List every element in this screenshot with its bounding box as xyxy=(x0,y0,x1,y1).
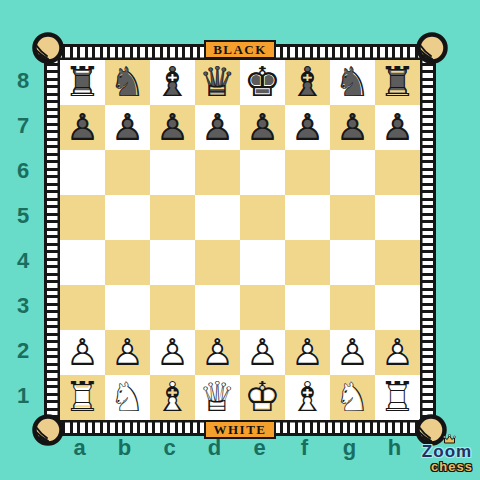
square-a8[interactable]: ♜♖ xyxy=(60,60,105,105)
rank-labels: 87654321 xyxy=(4,58,42,418)
square-b5[interactable] xyxy=(105,195,150,240)
rank-label-5: 5 xyxy=(4,193,42,238)
square-f4[interactable] xyxy=(285,240,330,285)
board-grid: ♜♖♞♘♝♗♛♕♚♔♝♗♞♘♜♖♟♙♟♙♟♙♟♙♟♙♟♙♟♙♟♙♟♙♟♙♟♙♟♙… xyxy=(60,60,420,420)
black-knight-piece: ♞♘ xyxy=(105,60,150,105)
square-a2[interactable]: ♟♙ xyxy=(60,330,105,375)
white-pawn-piece: ♟♙ xyxy=(195,330,240,375)
square-h3[interactable] xyxy=(375,285,420,330)
square-d6[interactable] xyxy=(195,150,240,195)
logo-zoom-text: Zoom xyxy=(416,443,478,460)
square-b1[interactable]: ♞♘ xyxy=(105,375,150,420)
square-a3[interactable] xyxy=(60,285,105,330)
file-label-f: f xyxy=(282,434,327,462)
square-c5[interactable] xyxy=(150,195,195,240)
black-rook-piece: ♜♖ xyxy=(375,60,420,105)
square-d2[interactable]: ♟♙ xyxy=(195,330,240,375)
white-pawn-piece: ♟♙ xyxy=(375,330,420,375)
square-a1[interactable]: ♜♖ xyxy=(60,375,105,420)
black-rook-piece: ♜♖ xyxy=(60,60,105,105)
square-d1[interactable]: ♛♕ xyxy=(195,375,240,420)
square-f2[interactable]: ♟♙ xyxy=(285,330,330,375)
file-label-g: g xyxy=(327,434,372,462)
zoom-chess-logo: Zoom chess xyxy=(416,443,478,473)
square-c3[interactable] xyxy=(150,285,195,330)
square-f6[interactable] xyxy=(285,150,330,195)
white-side-label: WHITE xyxy=(204,420,276,439)
square-e4[interactable] xyxy=(240,240,285,285)
black-knight-piece: ♞♘ xyxy=(330,60,375,105)
square-e2[interactable]: ♟♙ xyxy=(240,330,285,375)
square-h5[interactable] xyxy=(375,195,420,240)
corner-peg-top-left xyxy=(30,30,66,66)
square-g1[interactable]: ♞♘ xyxy=(330,375,375,420)
square-c1[interactable]: ♝♗ xyxy=(150,375,195,420)
white-pawn-piece: ♟♙ xyxy=(150,330,195,375)
black-pawn-piece: ♟♙ xyxy=(150,105,195,150)
black-side-label: BLACK xyxy=(204,40,276,59)
square-d7[interactable]: ♟♙ xyxy=(195,105,240,150)
square-c4[interactable] xyxy=(150,240,195,285)
file-label-b: b xyxy=(102,434,147,462)
white-bishop-piece: ♝♗ xyxy=(150,375,195,420)
rank-label-3: 3 xyxy=(4,283,42,328)
black-bishop-piece: ♝♗ xyxy=(150,60,195,105)
white-pawn-piece: ♟♙ xyxy=(105,330,150,375)
crown-icon xyxy=(443,434,456,444)
square-e3[interactable] xyxy=(240,285,285,330)
square-g4[interactable] xyxy=(330,240,375,285)
white-rook-piece: ♜♖ xyxy=(60,375,105,420)
square-b8[interactable]: ♞♘ xyxy=(105,60,150,105)
square-e1[interactable]: ♚♔ xyxy=(240,375,285,420)
black-pawn-piece: ♟♙ xyxy=(330,105,375,150)
corner-peg-top-right xyxy=(414,30,450,66)
board-border-right xyxy=(420,47,433,433)
square-c8[interactable]: ♝♗ xyxy=(150,60,195,105)
black-queen-piece: ♛♕ xyxy=(195,60,240,105)
white-pawn-piece: ♟♙ xyxy=(60,330,105,375)
square-g8[interactable]: ♞♘ xyxy=(330,60,375,105)
white-pawn-piece: ♟♙ xyxy=(330,330,375,375)
square-f5[interactable] xyxy=(285,195,330,240)
square-c7[interactable]: ♟♙ xyxy=(150,105,195,150)
square-b6[interactable] xyxy=(105,150,150,195)
black-pawn-piece: ♟♙ xyxy=(240,105,285,150)
white-pawn-piece: ♟♙ xyxy=(285,330,330,375)
square-b7[interactable]: ♟♙ xyxy=(105,105,150,150)
square-a4[interactable] xyxy=(60,240,105,285)
square-g2[interactable]: ♟♙ xyxy=(330,330,375,375)
square-g6[interactable] xyxy=(330,150,375,195)
square-h8[interactable]: ♜♖ xyxy=(375,60,420,105)
black-pawn-piece: ♟♙ xyxy=(285,105,330,150)
square-a5[interactable] xyxy=(60,195,105,240)
square-d8[interactable]: ♛♕ xyxy=(195,60,240,105)
black-pawn-piece: ♟♙ xyxy=(375,105,420,150)
black-king-piece: ♚♔ xyxy=(240,60,285,105)
square-g3[interactable] xyxy=(330,285,375,330)
square-f1[interactable]: ♝♗ xyxy=(285,375,330,420)
corner-peg-bottom-left xyxy=(30,412,66,448)
white-knight-piece: ♞♘ xyxy=(105,375,150,420)
file-label-h: h xyxy=(372,434,417,462)
square-d4[interactable] xyxy=(195,240,240,285)
black-side-label-text: BLACK xyxy=(213,42,267,58)
square-b2[interactable]: ♟♙ xyxy=(105,330,150,375)
logo-chess-text: chess xyxy=(416,460,478,473)
white-side-label-text: WHITE xyxy=(213,422,266,438)
black-pawn-piece: ♟♙ xyxy=(105,105,150,150)
square-d5[interactable] xyxy=(195,195,240,240)
rank-label-6: 6 xyxy=(4,148,42,193)
square-g5[interactable] xyxy=(330,195,375,240)
board-border-left xyxy=(47,47,60,433)
rank-label-7: 7 xyxy=(4,103,42,148)
white-king-piece: ♚♔ xyxy=(240,375,285,420)
white-pawn-piece: ♟♙ xyxy=(240,330,285,375)
square-c2[interactable]: ♟♙ xyxy=(150,330,195,375)
black-bishop-piece: ♝♗ xyxy=(285,60,330,105)
square-b3[interactable] xyxy=(105,285,150,330)
square-f8[interactable]: ♝♗ xyxy=(285,60,330,105)
square-b4[interactable] xyxy=(105,240,150,285)
square-h2[interactable]: ♟♙ xyxy=(375,330,420,375)
rank-label-4: 4 xyxy=(4,238,42,283)
square-g7[interactable]: ♟♙ xyxy=(330,105,375,150)
square-f7[interactable]: ♟♙ xyxy=(285,105,330,150)
white-queen-piece: ♛♕ xyxy=(195,375,240,420)
square-f3[interactable] xyxy=(285,285,330,330)
square-h4[interactable] xyxy=(375,240,420,285)
square-e8[interactable]: ♚♔ xyxy=(240,60,285,105)
white-bishop-piece: ♝♗ xyxy=(285,375,330,420)
black-pawn-piece: ♟♙ xyxy=(195,105,240,150)
file-label-c: c xyxy=(147,434,192,462)
black-pawn-piece: ♟♙ xyxy=(60,105,105,150)
square-a7[interactable]: ♟♙ xyxy=(60,105,105,150)
square-c6[interactable] xyxy=(150,150,195,195)
square-h6[interactable] xyxy=(375,150,420,195)
rank-label-2: 2 xyxy=(4,328,42,373)
chess-board: ♜♖♞♘♝♗♛♕♚♔♝♗♞♘♜♖♟♙♟♙♟♙♟♙♟♙♟♙♟♙♟♙♟♙♟♙♟♙♟♙… xyxy=(44,44,436,436)
square-a6[interactable] xyxy=(60,150,105,195)
white-knight-piece: ♞♘ xyxy=(330,375,375,420)
square-e5[interactable] xyxy=(240,195,285,240)
square-d3[interactable] xyxy=(195,285,240,330)
square-e6[interactable] xyxy=(240,150,285,195)
square-h7[interactable]: ♟♙ xyxy=(375,105,420,150)
square-e7[interactable]: ♟♙ xyxy=(240,105,285,150)
